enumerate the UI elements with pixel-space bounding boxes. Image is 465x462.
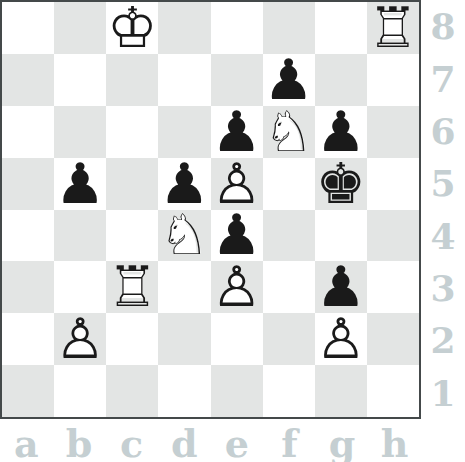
rank-label-5: 5 — [421, 157, 465, 209]
square-b6 — [54, 106, 106, 158]
rank-label-2: 2 — [421, 314, 465, 366]
square-b2: ♟♙ — [54, 313, 106, 365]
rank-label-1: 1 — [421, 367, 465, 419]
piece-black-pawn: ♟ — [263, 54, 315, 106]
square-h6 — [367, 106, 419, 158]
piece-black-pawn: ♟ — [54, 158, 106, 210]
chess-diagram: ♚♔♜♖♟♟♞♘♟♟♟♟♙♚♞♘♟♜♖♟♙♟♟♙♟♙ 87654321 abcd… — [0, 0, 465, 462]
square-a3 — [2, 261, 54, 313]
rank-label-7: 7 — [421, 52, 465, 104]
square-f3 — [263, 261, 315, 313]
piece-white-rook: ♜♖ — [106, 261, 158, 313]
file-label-b: b — [53, 419, 106, 462]
square-d6 — [158, 106, 210, 158]
square-h2 — [367, 313, 419, 365]
square-a2 — [2, 313, 54, 365]
square-d1 — [158, 365, 210, 417]
square-e2 — [211, 313, 263, 365]
square-d2 — [158, 313, 210, 365]
square-c5 — [106, 158, 158, 210]
piece-white-pawn: ♟♙ — [211, 261, 263, 313]
rank-label-4: 4 — [421, 210, 465, 262]
square-c6 — [106, 106, 158, 158]
square-g5: ♚ — [315, 158, 367, 210]
square-g2: ♟♙ — [315, 313, 367, 365]
piece-black-king: ♚ — [315, 158, 367, 210]
square-e7 — [211, 54, 263, 106]
file-label-e: e — [211, 419, 264, 462]
square-a7 — [2, 54, 54, 106]
piece-black-pawn: ♟ — [211, 106, 263, 158]
square-h7 — [367, 54, 419, 106]
square-e3: ♟♙ — [211, 261, 263, 313]
piece-white-pawn: ♟♙ — [315, 313, 367, 365]
rank-label-8: 8 — [421, 0, 465, 52]
rank-labels: 87654321 — [421, 0, 465, 419]
file-label-c: c — [105, 419, 158, 462]
piece-black-pawn: ♟ — [315, 106, 367, 158]
square-b1 — [54, 365, 106, 417]
file-label-a: a — [0, 419, 53, 462]
chess-board: ♚♔♜♖♟♟♞♘♟♟♟♟♙♚♞♘♟♜♖♟♙♟♟♙♟♙ — [0, 0, 421, 419]
square-d3 — [158, 261, 210, 313]
piece-white-knight: ♞♘ — [263, 106, 315, 158]
piece-white-knight: ♞♘ — [158, 210, 210, 262]
square-b7 — [54, 54, 106, 106]
square-b5: ♟ — [54, 158, 106, 210]
file-label-f: f — [263, 419, 316, 462]
square-f2 — [263, 313, 315, 365]
file-labels: abcdefgh — [0, 419, 421, 462]
square-f6: ♞♘ — [263, 106, 315, 158]
square-c1 — [106, 365, 158, 417]
square-g8 — [315, 2, 367, 54]
square-f5 — [263, 158, 315, 210]
square-e8 — [211, 2, 263, 54]
square-e6: ♟ — [211, 106, 263, 158]
square-h4 — [367, 210, 419, 262]
square-a6 — [2, 106, 54, 158]
square-a1 — [2, 365, 54, 417]
square-g6: ♟ — [315, 106, 367, 158]
rank-label-3: 3 — [421, 262, 465, 314]
square-h5 — [367, 158, 419, 210]
piece-white-king: ♚♔ — [106, 2, 158, 54]
piece-white-pawn: ♟♙ — [54, 313, 106, 365]
square-b4 — [54, 210, 106, 262]
square-c2 — [106, 313, 158, 365]
square-g7 — [315, 54, 367, 106]
square-d4: ♞♘ — [158, 210, 210, 262]
square-c3: ♜♖ — [106, 261, 158, 313]
rank-label-6: 6 — [421, 105, 465, 157]
square-h1 — [367, 365, 419, 417]
square-c8: ♚♔ — [106, 2, 158, 54]
square-a5 — [2, 158, 54, 210]
file-label-d: d — [158, 419, 211, 462]
square-e1 — [211, 365, 263, 417]
square-b8 — [54, 2, 106, 54]
square-h3 — [367, 261, 419, 313]
square-c7 — [106, 54, 158, 106]
square-a4 — [2, 210, 54, 262]
square-f1 — [263, 365, 315, 417]
piece-white-rook: ♜♖ — [367, 2, 419, 54]
square-a8 — [2, 2, 54, 54]
square-g1 — [315, 365, 367, 417]
file-label-g: g — [316, 419, 369, 462]
file-label-h: h — [368, 419, 421, 462]
square-d7 — [158, 54, 210, 106]
square-h8: ♜♖ — [367, 2, 419, 54]
square-f7: ♟ — [263, 54, 315, 106]
square-f4 — [263, 210, 315, 262]
square-d8 — [158, 2, 210, 54]
